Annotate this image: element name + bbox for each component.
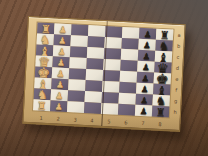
rank-label-2: 2 <box>49 114 66 123</box>
square-a6[interactable] <box>122 27 140 39</box>
square-c7[interactable]: ♟ <box>138 50 156 62</box>
square-c4[interactable] <box>87 47 105 59</box>
file-label-g: g <box>171 96 180 107</box>
chess-set-photo: ♜♟♟♜♞♟♟♞♝♟♟♝♛♟♟♛♚♟♟♚♝♟♟♝♞♟♟♞♜♟♟♜ 1234567… <box>0 0 208 156</box>
square-a5[interactable] <box>105 26 123 38</box>
square-a2[interactable]: ♟ <box>54 23 72 35</box>
square-c5[interactable] <box>104 48 122 60</box>
square-h8[interactable]: ♜ <box>152 106 170 118</box>
square-g7[interactable]: ♟ <box>135 94 153 106</box>
rank-label-3: 3 <box>66 115 83 124</box>
square-c1[interactable]: ♝ <box>36 44 54 56</box>
square-f1[interactable]: ♝ <box>34 77 52 89</box>
white-rook-piece: ♜ <box>33 100 51 112</box>
square-g6[interactable] <box>118 93 136 105</box>
square-c2[interactable]: ♟ <box>53 45 71 57</box>
square-b5[interactable] <box>104 37 122 49</box>
square-f7[interactable]: ♟ <box>136 83 154 95</box>
square-d2[interactable]: ♟ <box>52 56 70 68</box>
black-pawn-piece: ♟ <box>135 106 153 118</box>
square-c8[interactable]: ♝ <box>155 51 173 63</box>
square-b4[interactable] <box>87 36 105 48</box>
square-d1[interactable]: ♛ <box>35 55 53 67</box>
square-a1[interactable]: ♜ <box>37 22 55 34</box>
square-b7[interactable]: ♟ <box>138 39 156 51</box>
square-g2[interactable]: ♟ <box>51 89 69 101</box>
square-d3[interactable] <box>69 57 87 69</box>
square-b2[interactable]: ♟ <box>53 34 71 46</box>
square-b6[interactable] <box>121 38 139 50</box>
square-h4[interactable] <box>84 102 102 114</box>
square-d5[interactable] <box>103 59 121 71</box>
square-a4[interactable] <box>88 25 106 37</box>
square-d4[interactable] <box>86 58 104 70</box>
file-label-b: b <box>174 41 183 52</box>
square-f3[interactable] <box>68 79 86 91</box>
square-e3[interactable] <box>69 68 87 80</box>
square-a7[interactable]: ♟ <box>139 28 157 40</box>
file-label-a: a <box>175 30 184 41</box>
square-h7[interactable]: ♟ <box>135 105 153 117</box>
square-h6[interactable] <box>118 104 136 116</box>
square-h1[interactable]: ♜ <box>33 99 51 111</box>
square-d7[interactable]: ♟ <box>137 61 155 73</box>
rank-label-8: 8 <box>151 120 168 129</box>
square-h5[interactable] <box>101 103 119 115</box>
square-g1[interactable]: ♞ <box>34 88 52 100</box>
white-pawn-piece: ♟ <box>50 101 68 113</box>
rank-label-5: 5 <box>100 117 117 126</box>
square-e2[interactable]: ♟ <box>52 67 70 79</box>
square-b1[interactable]: ♞ <box>36 33 54 45</box>
file-label-e: e <box>173 74 182 85</box>
square-e4[interactable] <box>86 69 104 81</box>
file-label-f: f <box>172 85 181 96</box>
square-f2[interactable]: ♟ <box>51 78 69 90</box>
square-b8[interactable]: ♞ <box>155 40 173 52</box>
square-g3[interactable] <box>68 90 86 102</box>
square-d8[interactable]: ♛ <box>154 62 172 74</box>
rank-label-7: 7 <box>134 119 151 128</box>
square-h3[interactable] <box>67 101 85 113</box>
square-b3[interactable] <box>70 35 88 47</box>
rank-label-6: 6 <box>117 118 134 127</box>
square-f4[interactable] <box>85 80 103 92</box>
square-e1[interactable]: ♚ <box>35 66 53 78</box>
square-e7[interactable]: ♟ <box>137 72 155 84</box>
square-a3[interactable] <box>71 24 89 36</box>
chess-board: ♜♟♟♜♞♟♟♞♝♟♟♝♛♟♟♛♚♟♟♚♝♟♟♝♞♟♟♞♜♟♟♜ 1234567… <box>22 16 185 132</box>
square-e6[interactable] <box>120 71 138 83</box>
square-g5[interactable] <box>101 92 119 104</box>
square-c3[interactable] <box>70 46 88 58</box>
file-label-d: d <box>173 63 182 74</box>
square-a8[interactable]: ♜ <box>156 29 174 41</box>
square-g8[interactable]: ♞ <box>152 95 170 107</box>
square-f8[interactable]: ♝ <box>153 84 171 96</box>
square-e5[interactable] <box>103 70 121 82</box>
square-g4[interactable] <box>85 91 103 103</box>
square-e8[interactable]: ♚ <box>154 73 172 85</box>
square-c6[interactable] <box>121 49 139 61</box>
file-label-c: c <box>174 52 183 63</box>
square-d6[interactable] <box>120 60 138 72</box>
file-label-h: h <box>171 107 180 118</box>
black-rook-piece: ♜ <box>152 107 170 119</box>
rank-label-1: 1 <box>32 113 49 122</box>
square-f6[interactable] <box>119 82 137 94</box>
rank-label-4: 4 <box>83 116 100 125</box>
square-f5[interactable] <box>102 81 120 93</box>
square-h2[interactable]: ♟ <box>50 100 68 112</box>
